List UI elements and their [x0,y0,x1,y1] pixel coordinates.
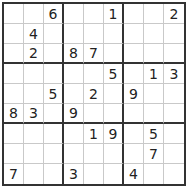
sudoku-page: 61242875135298391957734 [0,0,188,188]
given-digit-r3c2[interactable]: 2 [24,44,44,64]
cell-r3c7[interactable] [124,44,144,64]
given-digit-r2c2[interactable]: 4 [24,24,44,44]
given-digit-r8c8[interactable]: 7 [144,144,164,164]
cell-r7c9[interactable] [164,124,184,144]
cell-r4c2[interactable] [24,64,44,84]
cell-r9c9[interactable] [164,164,184,184]
cell-r8c9[interactable] [164,144,184,164]
cell-r8c3[interactable] [44,144,64,164]
cell-r4c4[interactable] [64,64,84,84]
cell-r9c6[interactable] [104,164,124,184]
cell-r2c3[interactable] [44,24,64,44]
cell-r1c4[interactable] [64,4,84,24]
cell-r3c1[interactable] [4,44,24,64]
cell-r7c7[interactable] [124,124,144,144]
cell-r2c1[interactable] [4,24,24,44]
cell-r8c7[interactable] [124,144,144,164]
given-digit-r1c3[interactable]: 6 [44,4,64,24]
given-digit-r5c5[interactable]: 2 [84,84,104,104]
cell-r2c5[interactable] [84,24,104,44]
cell-r1c1[interactable] [4,4,24,24]
cell-r6c9[interactable] [164,104,184,124]
cell-r5c6[interactable] [104,84,124,104]
cell-r2c7[interactable] [124,24,144,44]
cell-r3c3[interactable] [44,44,64,64]
cell-r3c9[interactable] [164,44,184,64]
given-digit-r6c4[interactable]: 9 [64,104,84,124]
cell-r5c4[interactable] [64,84,84,104]
cell-r2c6[interactable] [104,24,124,44]
cell-r7c3[interactable] [44,124,64,144]
cell-r6c3[interactable] [44,104,64,124]
given-digit-r5c7[interactable]: 9 [124,84,144,104]
cell-r8c1[interactable] [4,144,24,164]
cell-r4c3[interactable] [44,64,64,84]
cell-r7c1[interactable] [4,124,24,144]
cell-r5c2[interactable] [24,84,44,104]
given-digit-r9c4[interactable]: 3 [64,164,84,184]
cell-r3c8[interactable] [144,44,164,64]
given-digit-r5c3[interactable]: 5 [44,84,64,104]
cell-r9c8[interactable] [144,164,164,184]
cell-r5c8[interactable] [144,84,164,104]
given-digit-r4c9[interactable]: 3 [164,64,184,84]
cell-r5c9[interactable] [164,84,184,104]
given-digit-r1c9[interactable]: 2 [164,4,184,24]
given-digit-r7c8[interactable]: 5 [144,124,164,144]
given-digit-r1c6[interactable]: 1 [104,4,124,24]
cell-r4c1[interactable] [4,64,24,84]
sudoku-board: 61242875135298391957734 [2,2,186,186]
given-digit-r7c5[interactable]: 1 [84,124,104,144]
cell-r8c2[interactable] [24,144,44,164]
given-digit-r3c5[interactable]: 7 [84,44,104,64]
cell-r9c5[interactable] [84,164,104,184]
cell-r4c7[interactable] [124,64,144,84]
given-digit-r4c6[interactable]: 5 [104,64,124,84]
cell-r9c3[interactable] [44,164,64,184]
cell-r2c4[interactable] [64,24,84,44]
cell-r7c2[interactable] [24,124,44,144]
given-digit-r6c1[interactable]: 8 [4,104,24,124]
given-digit-r3c4[interactable]: 8 [64,44,84,64]
cell-r6c8[interactable] [144,104,164,124]
cell-r8c5[interactable] [84,144,104,164]
cell-r6c7[interactable] [124,104,144,124]
cell-r7c4[interactable] [64,124,84,144]
cell-r1c5[interactable] [84,4,104,24]
cell-r1c8[interactable] [144,4,164,24]
given-digit-r4c8[interactable]: 1 [144,64,164,84]
given-digit-r9c1[interactable]: 7 [4,164,24,184]
given-digit-r7c6[interactable]: 9 [104,124,124,144]
given-digit-r9c7[interactable]: 4 [124,164,144,184]
cell-r6c6[interactable] [104,104,124,124]
cell-r6c5[interactable] [84,104,104,124]
cell-r2c8[interactable] [144,24,164,44]
cell-r3c6[interactable] [104,44,124,64]
cell-r1c7[interactable] [124,4,144,24]
cell-r2c9[interactable] [164,24,184,44]
cell-r5c1[interactable] [4,84,24,104]
cell-r1c2[interactable] [24,4,44,24]
cell-r8c6[interactable] [104,144,124,164]
cell-r4c5[interactable] [84,64,104,84]
given-digit-r6c2[interactable]: 3 [24,104,44,124]
cell-r9c2[interactable] [24,164,44,184]
cell-r8c4[interactable] [64,144,84,164]
